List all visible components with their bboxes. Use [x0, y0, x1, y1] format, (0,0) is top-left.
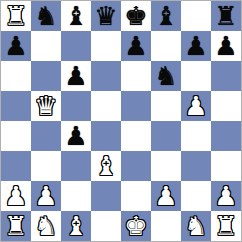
- square-b1[interactable]: ♞: [31, 211, 61, 241]
- white-queen-piece[interactable]: ♛: [34, 91, 57, 121]
- black-pawn-piece[interactable]: ♟: [64, 121, 87, 151]
- square-e5[interactable]: [121, 91, 151, 121]
- square-g2[interactable]: [181, 181, 211, 211]
- black-pawn-piece[interactable]: ♟: [214, 31, 237, 61]
- square-d2[interactable]: [91, 181, 121, 211]
- white-knight-piece[interactable]: ♞: [34, 211, 57, 241]
- square-h1[interactable]: ♜: [211, 211, 241, 241]
- square-c3[interactable]: [61, 151, 91, 181]
- square-a1[interactable]: ♜: [1, 211, 31, 241]
- square-g7[interactable]: ♟: [181, 31, 211, 61]
- square-h4[interactable]: [211, 121, 241, 151]
- square-b2[interactable]: ♟: [31, 181, 61, 211]
- square-b8[interactable]: ♞: [31, 1, 61, 31]
- black-knight-piece[interactable]: ♞: [34, 1, 57, 31]
- square-c8[interactable]: ♝: [61, 1, 91, 31]
- square-c6[interactable]: ♟: [61, 61, 91, 91]
- white-pawn-piece[interactable]: ♟: [4, 181, 27, 211]
- square-g6[interactable]: [181, 61, 211, 91]
- white-pawn-piece[interactable]: ♟: [34, 181, 57, 211]
- black-king-piece[interactable]: ♚: [124, 1, 147, 31]
- square-f8[interactable]: ♝: [151, 1, 181, 31]
- square-h5[interactable]: [211, 91, 241, 121]
- chess-board-frame: ♜♞♝♛♚♝♜♟♟♟♟♟♞♛♟♟♝♟♟♟♟♜♞♝♚♞♜: [0, 0, 242, 242]
- square-c7[interactable]: [61, 31, 91, 61]
- square-f1[interactable]: [151, 211, 181, 241]
- square-e1[interactable]: ♚: [121, 211, 151, 241]
- square-c1[interactable]: ♝: [61, 211, 91, 241]
- black-rook-piece[interactable]: ♜: [214, 1, 237, 31]
- square-c4[interactable]: ♟: [61, 121, 91, 151]
- square-a8[interactable]: ♜: [1, 1, 31, 31]
- square-d6[interactable]: [91, 61, 121, 91]
- white-rook-piece[interactable]: ♜: [4, 1, 27, 31]
- black-pawn-piece[interactable]: ♟: [64, 61, 87, 91]
- black-pawn-piece[interactable]: ♟: [184, 31, 207, 61]
- square-e2[interactable]: [121, 181, 151, 211]
- square-d3[interactable]: ♝: [91, 151, 121, 181]
- white-rook-piece[interactable]: ♜: [4, 211, 27, 241]
- square-g5[interactable]: ♟: [181, 91, 211, 121]
- square-f3[interactable]: [151, 151, 181, 181]
- white-bishop-piece[interactable]: ♝: [64, 211, 87, 241]
- square-f5[interactable]: [151, 91, 181, 121]
- square-h6[interactable]: [211, 61, 241, 91]
- square-h7[interactable]: ♟: [211, 31, 241, 61]
- square-a5[interactable]: [1, 91, 31, 121]
- square-d7[interactable]: [91, 31, 121, 61]
- square-a7[interactable]: ♟: [1, 31, 31, 61]
- square-d4[interactable]: [91, 121, 121, 151]
- square-a2[interactable]: ♟: [1, 181, 31, 211]
- white-bishop-piece[interactable]: ♝: [94, 151, 117, 181]
- square-e6[interactable]: [121, 61, 151, 91]
- square-h3[interactable]: [211, 151, 241, 181]
- square-a6[interactable]: [1, 61, 31, 91]
- square-d8[interactable]: ♛: [91, 1, 121, 31]
- white-rook-piece[interactable]: ♜: [214, 211, 237, 241]
- square-c2[interactable]: [61, 181, 91, 211]
- square-f6[interactable]: ♞: [151, 61, 181, 91]
- black-bishop-piece[interactable]: ♝: [64, 1, 87, 31]
- square-g4[interactable]: [181, 121, 211, 151]
- square-b5[interactable]: ♛: [31, 91, 61, 121]
- square-g1[interactable]: ♞: [181, 211, 211, 241]
- square-b4[interactable]: [31, 121, 61, 151]
- square-d1[interactable]: [91, 211, 121, 241]
- square-a4[interactable]: [1, 121, 31, 151]
- white-king-piece[interactable]: ♚: [124, 211, 147, 241]
- square-e4[interactable]: [121, 121, 151, 151]
- black-bishop-piece[interactable]: ♝: [154, 1, 177, 31]
- square-b3[interactable]: [31, 151, 61, 181]
- square-e3[interactable]: [121, 151, 151, 181]
- square-g3[interactable]: [181, 151, 211, 181]
- white-pawn-piece[interactable]: ♟: [184, 91, 207, 121]
- chess-board: ♜♞♝♛♚♝♜♟♟♟♟♟♞♛♟♟♝♟♟♟♟♜♞♝♚♞♜: [1, 1, 241, 241]
- black-pawn-piece[interactable]: ♟: [4, 31, 27, 61]
- black-queen-piece[interactable]: ♛: [94, 1, 117, 31]
- square-e7[interactable]: ♟: [121, 31, 151, 61]
- square-d5[interactable]: [91, 91, 121, 121]
- square-f7[interactable]: [151, 31, 181, 61]
- square-c5[interactable]: [61, 91, 91, 121]
- square-b6[interactable]: [31, 61, 61, 91]
- square-h8[interactable]: ♜: [211, 1, 241, 31]
- white-pawn-piece[interactable]: ♟: [154, 181, 177, 211]
- white-pawn-piece[interactable]: ♟: [214, 181, 237, 211]
- square-g8[interactable]: [181, 1, 211, 31]
- square-e8[interactable]: ♚: [121, 1, 151, 31]
- black-knight-piece[interactable]: ♞: [154, 61, 177, 91]
- black-pawn-piece[interactable]: ♟: [124, 31, 147, 61]
- square-f2[interactable]: ♟: [151, 181, 181, 211]
- square-h2[interactable]: ♟: [211, 181, 241, 211]
- square-b7[interactable]: [31, 31, 61, 61]
- square-f4[interactable]: [151, 121, 181, 151]
- square-a3[interactable]: [1, 151, 31, 181]
- white-knight-piece[interactable]: ♞: [184, 211, 207, 241]
